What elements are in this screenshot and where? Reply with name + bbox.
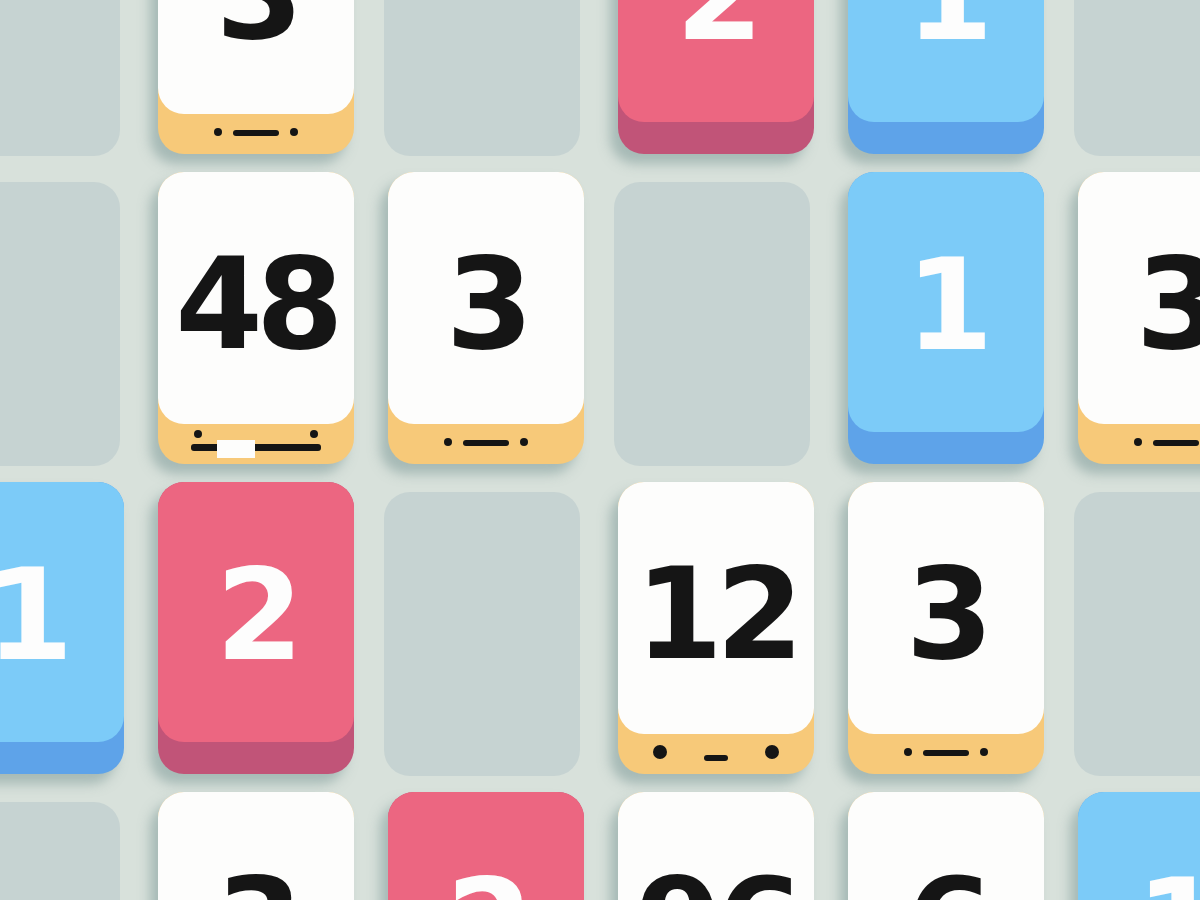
tile-r3c2-red-2[interactable]: 2 [388, 792, 584, 900]
tile-r1c1-white-48[interactable]: 48 [158, 172, 354, 464]
tile-r3c3-white-96[interactable]: 96 [618, 792, 814, 900]
face-eye-dot [653, 745, 667, 759]
tile-body: 3 [848, 482, 1044, 734]
face-tooth-notch [217, 440, 255, 458]
tile-number: 2 [676, 0, 757, 59]
face-eye-dot [290, 128, 298, 136]
face-mouth-dash [191, 444, 321, 451]
tile-number: 2 [216, 545, 297, 679]
tile-body: 96 [618, 792, 814, 900]
tile-r3c5-blue-1[interactable]: 1 [1078, 792, 1200, 900]
face-eye-dot [765, 745, 779, 759]
tile-number: 3 [906, 538, 987, 678]
tile-number: 1 [906, 235, 987, 369]
empty-cell-r2c5 [1074, 492, 1200, 776]
face-eye-dot [444, 438, 452, 446]
face-mouth-dash [704, 755, 728, 761]
face-eye-dot [980, 748, 988, 756]
tile-number: 12 [635, 538, 796, 678]
tile-number: 96 [635, 848, 796, 900]
tile-number: 3 [216, 848, 297, 900]
tile-body: 6 [848, 792, 1044, 900]
tile-number: 1 [1136, 855, 1200, 900]
tile-r0c4-blue-1[interactable]: 1 [848, 0, 1044, 154]
empty-cell-r2c2 [384, 492, 580, 776]
tile-number: 1 [0, 545, 66, 679]
tile-body: 1 [0, 482, 124, 742]
tile-r2c1-red-2[interactable]: 2 [158, 482, 354, 774]
tile-r0c3-red-2[interactable]: 2 [618, 0, 814, 154]
tile-number: 3 [216, 0, 297, 58]
face-mouth-dash [1153, 440, 1199, 446]
face-eye-dot [310, 430, 318, 438]
tile-number: 3 [1136, 228, 1200, 368]
tile-body: 3 [158, 0, 354, 114]
tile-number: 48 [175, 228, 336, 368]
tile-r1c4-blue-1[interactable]: 1 [848, 172, 1044, 464]
face-eye-dot [214, 128, 222, 136]
tile-body: 1 [848, 172, 1044, 432]
tile-r3c4-white-6[interactable]: 6 [848, 792, 1044, 900]
threes-board[interactable]: 3214831312123329661 [0, 0, 1200, 900]
tile-body: 48 [158, 172, 354, 424]
tile-body: 3 [158, 792, 354, 900]
tile-r3c1-white-3[interactable]: 3 [158, 792, 354, 900]
tile-r0c1-white-3[interactable]: 3 [158, 0, 354, 154]
tile-body: 3 [1078, 172, 1200, 424]
tile-body: 2 [158, 482, 354, 742]
tile-body: 12 [618, 482, 814, 734]
tile-body: 2 [388, 792, 584, 900]
face-mouth-dash [923, 750, 969, 756]
tile-body: 2 [618, 0, 814, 122]
face-mouth-dash [233, 130, 279, 136]
empty-cell-r1c0 [0, 182, 120, 466]
tile-number: 6 [906, 848, 987, 900]
face-mouth-dash [463, 440, 509, 446]
empty-cell-r0c5 [1074, 0, 1200, 156]
tile-body: 1 [1078, 792, 1200, 900]
empty-cell-r0c0 [0, 0, 120, 156]
tile-r2c4-white-3[interactable]: 3 [848, 482, 1044, 774]
tile-r1c2-white-3[interactable]: 3 [388, 172, 584, 464]
face-eye-dot [520, 438, 528, 446]
tile-number: 2 [446, 855, 527, 900]
tile-number: 3 [446, 228, 527, 368]
empty-cell-r3c0 [0, 802, 120, 900]
tile-body: 1 [848, 0, 1044, 122]
face-eye-dot [1134, 438, 1142, 446]
face-eye-dot [904, 748, 912, 756]
face-eye-dot [194, 430, 202, 438]
tile-body: 3 [388, 172, 584, 424]
tile-r2c3-white-12[interactable]: 12 [618, 482, 814, 774]
empty-cell-r1c3 [614, 182, 810, 466]
tile-r2c0-blue-1[interactable]: 1 [0, 482, 124, 774]
empty-cell-r0c2 [384, 0, 580, 156]
tile-r1c5-white-3[interactable]: 3 [1078, 172, 1200, 464]
tile-number: 1 [906, 0, 987, 59]
